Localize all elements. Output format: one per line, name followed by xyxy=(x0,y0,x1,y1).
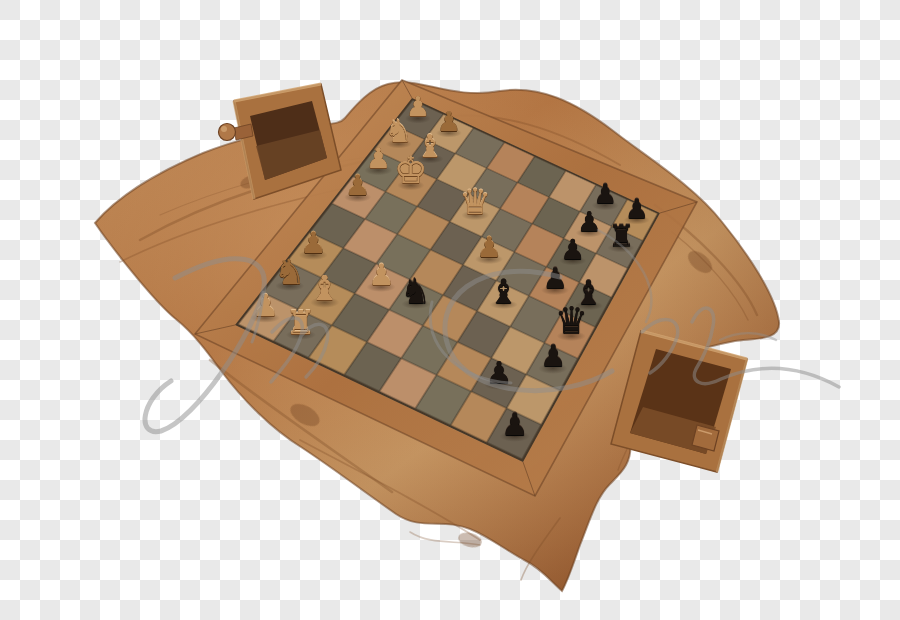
drawer-bottom-right xyxy=(611,331,747,472)
drawer-knob xyxy=(692,425,719,451)
drawer-knob xyxy=(219,124,236,141)
drawer-top-left xyxy=(219,84,342,199)
chess-board xyxy=(235,98,660,462)
product-photo-olive-wood-chess-table: ♟♟♞♝♟♚♟♟♛♟♟♜♟♟♟♞♟♟♝♞♝♝♟♜♛♟♟♟ xyxy=(0,0,900,620)
drawer-cavity xyxy=(250,101,327,180)
drawer-cavity xyxy=(630,349,731,454)
